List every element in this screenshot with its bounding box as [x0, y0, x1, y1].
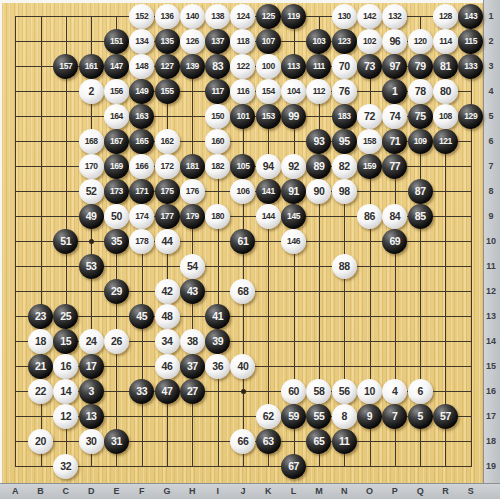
stone-G8[interactable]: 175	[155, 179, 180, 204]
stone-I9[interactable]: 180	[205, 204, 230, 229]
stone-I14[interactable]: 39	[205, 329, 230, 354]
row-label: 6	[488, 137, 493, 146]
stone-E4[interactable]: 156	[104, 79, 129, 104]
stone-K9[interactable]: 144	[256, 204, 281, 229]
stone-C10[interactable]: 51	[53, 229, 78, 254]
stone-S1[interactable]: 143	[458, 4, 483, 29]
stone-E3[interactable]: 147	[104, 54, 129, 79]
stone-I7[interactable]: 182	[205, 154, 230, 179]
stone-B15[interactable]: 21	[28, 354, 53, 379]
stone-D6[interactable]: 168	[79, 129, 104, 154]
stone-O2[interactable]: 102	[357, 29, 382, 54]
stone-J2[interactable]: 118	[230, 29, 255, 54]
stone-I2[interactable]: 137	[205, 29, 230, 54]
stone-E6[interactable]: 167	[104, 129, 129, 154]
stone-M8[interactable]: 90	[306, 179, 331, 204]
stone-J15[interactable]: 40	[230, 354, 255, 379]
column-label: F	[139, 487, 145, 496]
stone-D8[interactable]: 52	[79, 179, 104, 204]
stone-G1[interactable]: 136	[155, 4, 180, 29]
column-label: O	[366, 487, 373, 496]
stone-E18[interactable]: 31	[104, 429, 129, 454]
stone-G7[interactable]: 172	[155, 154, 180, 179]
stone-N3[interactable]: 70	[332, 54, 357, 79]
stone-P5[interactable]: 74	[382, 104, 407, 129]
stone-O6[interactable]: 158	[357, 129, 382, 154]
stone-R2[interactable]: 114	[433, 29, 458, 54]
stone-N4[interactable]: 76	[332, 79, 357, 104]
stone-M6[interactable]: 93	[306, 129, 331, 154]
stone-R5[interactable]: 108	[433, 104, 458, 129]
stone-N8[interactable]: 98	[332, 179, 357, 204]
stone-L4[interactable]: 104	[281, 79, 306, 104]
stone-L8[interactable]: 91	[281, 179, 306, 204]
column-label: D	[88, 487, 95, 496]
stone-O17[interactable]: 9	[357, 404, 382, 429]
stone-M2[interactable]: 103	[306, 29, 331, 54]
stone-P17[interactable]: 7	[382, 404, 407, 429]
row-label: 19	[486, 462, 496, 471]
row-label: 2	[488, 37, 493, 46]
column-label: K	[265, 487, 272, 496]
grid-line-horizontal	[15, 466, 472, 467]
stone-L16[interactable]: 60	[281, 379, 306, 404]
stone-C15[interactable]: 16	[53, 354, 78, 379]
stone-E5[interactable]: 164	[104, 104, 129, 129]
stone-I13[interactable]: 41	[205, 304, 230, 329]
stone-M16[interactable]: 58	[306, 379, 331, 404]
stone-J10[interactable]: 61	[230, 229, 255, 254]
stone-G13[interactable]: 48	[155, 304, 180, 329]
stone-H8[interactable]: 176	[180, 179, 205, 204]
column-label: E	[113, 487, 119, 496]
row-label: 1	[488, 12, 493, 21]
stone-J1[interactable]: 124	[230, 4, 255, 29]
stone-R6[interactable]: 121	[433, 129, 458, 154]
stone-H15[interactable]: 37	[180, 354, 205, 379]
stone-H2[interactable]: 126	[180, 29, 205, 54]
stone-G15[interactable]: 46	[155, 354, 180, 379]
stone-D11[interactable]: 53	[79, 254, 104, 279]
star-point	[89, 239, 94, 244]
column-label: Q	[417, 487, 424, 496]
stone-F9[interactable]: 174	[129, 204, 154, 229]
stone-L10[interactable]: 146	[281, 229, 306, 254]
stone-R17[interactable]: 57	[433, 404, 458, 429]
stone-G14[interactable]: 34	[155, 329, 180, 354]
go-board-window: 1521361401381241251191301421321281431511…	[0, 0, 500, 499]
stone-B18[interactable]: 20	[28, 429, 53, 454]
stone-B13[interactable]: 23	[28, 304, 53, 329]
grid-line-horizontal	[15, 316, 472, 317]
stone-N5[interactable]: 183	[332, 104, 357, 129]
row-label: 11	[486, 262, 496, 271]
stone-E8[interactable]: 173	[104, 179, 129, 204]
stone-M7[interactable]: 89	[306, 154, 331, 179]
column-label: B	[37, 487, 44, 496]
stone-P10[interactable]: 69	[382, 229, 407, 254]
stone-H14[interactable]: 38	[180, 329, 205, 354]
stone-P7[interactable]: 77	[382, 154, 407, 179]
stone-C14[interactable]: 15	[53, 329, 78, 354]
stone-Q5[interactable]: 75	[408, 104, 433, 129]
stone-D15[interactable]: 17	[79, 354, 104, 379]
column-label: J	[240, 487, 245, 496]
stone-C3[interactable]: 157	[53, 54, 78, 79]
stone-M18[interactable]: 65	[306, 429, 331, 454]
column-label: R	[442, 487, 449, 496]
stone-Q9[interactable]: 85	[408, 204, 433, 229]
stone-F5[interactable]: 163	[129, 104, 154, 129]
stone-L17[interactable]: 59	[281, 404, 306, 429]
stone-Q16[interactable]: 6	[408, 379, 433, 404]
stone-M4[interactable]: 112	[306, 79, 331, 104]
stone-F16[interactable]: 33	[129, 379, 154, 404]
stone-K18[interactable]: 63	[256, 429, 281, 454]
stone-D4[interactable]: 2	[79, 79, 104, 104]
row-label: 7	[488, 162, 493, 171]
stone-G2[interactable]: 135	[155, 29, 180, 54]
stone-J3[interactable]: 122	[230, 54, 255, 79]
stone-I4[interactable]: 117	[205, 79, 230, 104]
stone-Q6[interactable]: 109	[408, 129, 433, 154]
stone-E2[interactable]: 151	[104, 29, 129, 54]
stone-P16[interactable]: 4	[382, 379, 407, 404]
stone-I5[interactable]: 150	[205, 104, 230, 129]
stone-L19[interactable]: 67	[281, 454, 306, 479]
stone-J4[interactable]: 116	[230, 79, 255, 104]
stone-F6[interactable]: 165	[129, 129, 154, 154]
column-label: A	[12, 487, 19, 496]
stone-P6[interactable]: 71	[382, 129, 407, 154]
stone-G10[interactable]: 44	[155, 229, 180, 254]
stone-L3[interactable]: 113	[281, 54, 306, 79]
stone-F3[interactable]: 148	[129, 54, 154, 79]
stone-O5[interactable]: 72	[357, 104, 382, 129]
stone-R1[interactable]: 128	[433, 4, 458, 29]
row-label: 13	[486, 312, 496, 321]
stone-O1[interactable]: 142	[357, 4, 382, 29]
stone-O7[interactable]: 159	[357, 154, 382, 179]
stone-K2[interactable]: 107	[256, 29, 281, 54]
stone-C13[interactable]: 25	[53, 304, 78, 329]
stone-C16[interactable]: 14	[53, 379, 78, 404]
column-label: M	[315, 487, 323, 496]
stone-K1[interactable]: 125	[256, 4, 281, 29]
stone-R3[interactable]: 81	[433, 54, 458, 79]
stone-H12[interactable]: 43	[180, 279, 205, 304]
stone-B14[interactable]: 18	[28, 329, 53, 354]
column-label: P	[392, 487, 398, 496]
stone-N6[interactable]: 95	[332, 129, 357, 154]
stone-S5[interactable]: 129	[458, 104, 483, 129]
stone-O16[interactable]: 10	[357, 379, 382, 404]
stone-J12[interactable]: 68	[230, 279, 255, 304]
stone-M3[interactable]: 111	[306, 54, 331, 79]
stone-Q2[interactable]: 120	[408, 29, 433, 54]
stone-S2[interactable]: 115	[458, 29, 483, 54]
stone-J18[interactable]: 66	[230, 429, 255, 454]
board-layer: 1521361401381241251191301421321281431511…	[0, 0, 500, 499]
stone-H1[interactable]: 140	[180, 4, 205, 29]
stone-K7[interactable]: 94	[256, 154, 281, 179]
stone-L5[interactable]: 99	[281, 104, 306, 129]
stone-G6[interactable]: 162	[155, 129, 180, 154]
column-label: G	[164, 487, 171, 496]
stone-H16[interactable]: 27	[180, 379, 205, 404]
stone-G4[interactable]: 155	[155, 79, 180, 104]
stone-E10[interactable]: 35	[104, 229, 129, 254]
stone-F7[interactable]: 166	[129, 154, 154, 179]
stone-H7[interactable]: 181	[180, 154, 205, 179]
stone-N16[interactable]: 56	[332, 379, 357, 404]
stone-I1[interactable]: 138	[205, 4, 230, 29]
stone-G3[interactable]: 127	[155, 54, 180, 79]
row-label: 3	[488, 62, 493, 71]
stone-I15[interactable]: 36	[205, 354, 230, 379]
stone-S3[interactable]: 133	[458, 54, 483, 79]
row-label: 5	[488, 112, 493, 121]
stone-P3[interactable]: 97	[382, 54, 407, 79]
stone-F10[interactable]: 178	[129, 229, 154, 254]
stone-L1[interactable]: 119	[281, 4, 306, 29]
stone-D9[interactable]: 49	[79, 204, 104, 229]
column-label: H	[189, 487, 196, 496]
column-label: S	[468, 487, 474, 496]
star-point	[241, 389, 246, 394]
stone-B16[interactable]: 22	[28, 379, 53, 404]
stone-G12[interactable]: 42	[155, 279, 180, 304]
stone-C17[interactable]: 12	[53, 404, 78, 429]
row-label: 18	[486, 437, 496, 446]
stone-E14[interactable]: 26	[104, 329, 129, 354]
stone-Q4[interactable]: 78	[408, 79, 433, 104]
row-label: 9	[488, 212, 493, 221]
stone-L7[interactable]: 92	[281, 154, 306, 179]
column-label: N	[341, 487, 348, 496]
stone-H9[interactable]: 179	[180, 204, 205, 229]
stone-D17[interactable]: 13	[79, 404, 104, 429]
stone-J8[interactable]: 106	[230, 179, 255, 204]
stone-P9[interactable]: 84	[382, 204, 407, 229]
stone-P4[interactable]: 1	[382, 79, 407, 104]
stone-I3[interactable]: 83	[205, 54, 230, 79]
row-label: 15	[486, 362, 496, 371]
stone-R4[interactable]: 80	[433, 79, 458, 104]
row-label: 10	[486, 237, 496, 246]
stone-F4[interactable]: 149	[129, 79, 154, 104]
stone-N18[interactable]: 11	[332, 429, 357, 454]
stone-P2[interactable]: 96	[382, 29, 407, 54]
stone-D3[interactable]: 161	[79, 54, 104, 79]
grid-line-vertical	[471, 16, 472, 467]
stone-E9[interactable]: 50	[104, 204, 129, 229]
row-label: 12	[486, 287, 496, 296]
stone-O9[interactable]: 86	[357, 204, 382, 229]
stone-N2[interactable]: 123	[332, 29, 357, 54]
stone-F8[interactable]: 171	[129, 179, 154, 204]
column-label: I	[216, 487, 219, 496]
stone-Q3[interactable]: 79	[408, 54, 433, 79]
row-label: 8	[488, 187, 493, 196]
stone-D7[interactable]: 170	[79, 154, 104, 179]
stone-F2[interactable]: 134	[129, 29, 154, 54]
stone-D14[interactable]: 24	[79, 329, 104, 354]
stone-G16[interactable]: 47	[155, 379, 180, 404]
stone-H11[interactable]: 54	[180, 254, 205, 279]
stone-J5[interactable]: 101	[230, 104, 255, 129]
stone-K3[interactable]: 100	[256, 54, 281, 79]
stone-N11[interactable]: 88	[332, 254, 357, 279]
stone-F13[interactable]: 45	[129, 304, 154, 329]
column-label: C	[63, 487, 70, 496]
stone-P1[interactable]: 132	[382, 4, 407, 29]
stone-H3[interactable]: 139	[180, 54, 205, 79]
stone-K4[interactable]: 154	[256, 79, 281, 104]
row-label: 17	[486, 412, 496, 421]
stone-G9[interactable]: 177	[155, 204, 180, 229]
column-label: L	[291, 487, 297, 496]
stone-Q17[interactable]: 5	[408, 404, 433, 429]
stone-I6[interactable]: 160	[205, 129, 230, 154]
row-label: 14	[486, 337, 496, 346]
row-label: 4	[488, 87, 493, 96]
stone-M17[interactable]: 55	[306, 404, 331, 429]
stone-Q8[interactable]: 87	[408, 179, 433, 204]
stone-N7[interactable]: 82	[332, 154, 357, 179]
row-label: 16	[486, 387, 496, 396]
stone-N1[interactable]: 130	[332, 4, 357, 29]
stone-L9[interactable]: 145	[281, 204, 306, 229]
stone-E12[interactable]: 29	[104, 279, 129, 304]
stone-D16[interactable]: 3	[79, 379, 104, 404]
stone-N17[interactable]: 8	[332, 404, 357, 429]
stone-D18[interactable]: 30	[79, 429, 104, 454]
stone-O3[interactable]: 73	[357, 54, 382, 79]
stone-E7[interactable]: 169	[104, 154, 129, 179]
stone-C19[interactable]: 32	[53, 454, 78, 479]
stone-F1[interactable]: 152	[129, 4, 154, 29]
stone-K5[interactable]: 153	[256, 104, 281, 129]
stone-K8[interactable]: 141	[256, 179, 281, 204]
stone-J7[interactable]: 105	[230, 154, 255, 179]
stone-K17[interactable]: 62	[256, 404, 281, 429]
